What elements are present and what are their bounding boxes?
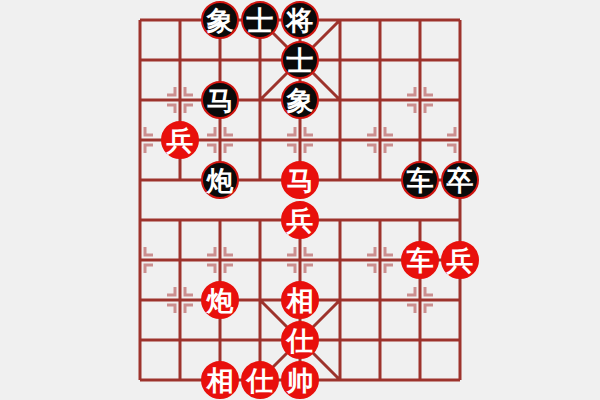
board-point[interactable]: 象 [280,80,320,120]
board-point[interactable]: 象 [200,0,240,40]
board-point[interactable] [280,120,320,160]
board-point[interactable] [120,200,160,240]
board-point[interactable]: 将 [280,0,320,40]
board-point[interactable] [200,200,240,240]
board-point[interactable] [440,280,480,320]
board-point[interactable] [240,160,280,200]
board-point[interactable]: 相 [280,280,320,320]
board-point[interactable]: 兵 [440,240,480,280]
board-point[interactable] [320,320,360,360]
red-elephant[interactable]: 相 [281,281,319,319]
black-soldier[interactable]: 卒 [441,161,479,199]
board-point[interactable]: 马 [200,80,240,120]
board-point[interactable] [440,120,480,160]
board-point[interactable] [320,40,360,80]
board-point[interactable] [320,160,360,200]
board-point[interactable]: 士 [240,0,280,40]
black-advisor[interactable]: 士 [281,41,319,79]
board-point[interactable] [360,160,400,200]
board-point[interactable] [320,200,360,240]
board-point[interactable] [360,120,400,160]
board-point[interactable] [440,200,480,240]
board-point[interactable] [400,280,440,320]
red-soldier[interactable]: 兵 [441,241,479,279]
board-point[interactable] [200,120,240,160]
board-point[interactable] [120,120,160,160]
board-point[interactable]: 仕 [280,320,320,360]
board-point[interactable]: 相 [200,360,240,400]
board-point[interactable] [240,120,280,160]
board-point[interactable] [280,240,320,280]
board-point[interactable] [360,40,400,80]
board-point[interactable]: 仕 [240,360,280,400]
board-point[interactable] [120,280,160,320]
board-point[interactable] [400,40,440,80]
board-point[interactable] [200,240,240,280]
board-point[interactable] [440,80,480,120]
board-point[interactable] [320,80,360,120]
board-point[interactable] [240,80,280,120]
board-point[interactable] [200,40,240,80]
board-point[interactable] [400,200,440,240]
board-point[interactable] [160,320,200,360]
black-elephant[interactable]: 象 [201,1,239,39]
board-point[interactable]: 士 [280,40,320,80]
board-point[interactable] [360,200,400,240]
board-point[interactable] [120,40,160,80]
board-point[interactable] [240,280,280,320]
black-cannon[interactable]: 炮 [201,161,239,199]
board-point[interactable] [160,200,200,240]
red-advisor[interactable]: 仕 [241,361,279,399]
board-point[interactable]: 炮 [200,280,240,320]
black-chariot[interactable]: 车 [401,161,439,199]
board-point[interactable] [240,240,280,280]
board-point[interactable] [360,280,400,320]
board-point[interactable] [400,360,440,400]
board-point[interactable] [160,360,200,400]
board-point[interactable]: 兵 [280,200,320,240]
board-point[interactable]: 兵 [160,120,200,160]
board-point[interactable] [240,200,280,240]
board-point[interactable] [240,40,280,80]
black-elephant[interactable]: 象 [281,81,319,119]
red-chariot[interactable]: 车 [401,241,439,279]
board-point[interactable]: 马 [280,160,320,200]
board-point[interactable] [160,280,200,320]
red-horse[interactable]: 马 [281,161,319,199]
board-point[interactable] [400,0,440,40]
xiangqi-board: 象士将士马象兵炮马车卒兵车兵炮相仕相仕帅 [0,0,600,400]
black-advisor[interactable]: 士 [241,1,279,39]
board-point[interactable] [400,320,440,360]
board-point[interactable]: 车 [400,240,440,280]
board-point[interactable] [360,0,400,40]
board-point[interactable] [440,40,480,80]
board-point[interactable] [440,320,480,360]
board-point[interactable] [120,320,160,360]
board-point[interactable] [320,120,360,160]
red-general[interactable]: 帅 [281,361,319,399]
board-point[interactable] [160,0,200,40]
board-point[interactable] [440,360,480,400]
black-horse[interactable]: 马 [201,81,239,119]
board-point[interactable]: 炮 [200,160,240,200]
board-point[interactable] [400,80,440,120]
board-point[interactable]: 卒 [440,160,480,200]
board-point[interactable] [160,160,200,200]
board-point[interactable] [200,320,240,360]
board-point[interactable] [120,80,160,120]
board-point[interactable] [360,320,400,360]
board-point[interactable] [160,40,200,80]
board-point[interactable] [120,360,160,400]
red-advisor[interactable]: 仕 [281,321,319,359]
red-soldier[interactable]: 兵 [281,201,319,239]
board-point[interactable] [360,360,400,400]
board-point[interactable]: 车 [400,160,440,200]
board-grid: 象士将士马象兵炮马车卒兵车兵炮相仕相仕帅 [120,0,480,400]
board-point[interactable] [320,280,360,320]
board-point[interactable] [320,360,360,400]
red-soldier[interactable]: 兵 [161,121,199,159]
black-general[interactable]: 将 [281,1,319,39]
board-point[interactable] [120,160,160,200]
board-point[interactable] [360,80,400,120]
red-cannon[interactable]: 炮 [201,281,239,319]
board-point[interactable] [120,240,160,280]
board-point[interactable]: 帅 [280,360,320,400]
board-point[interactable] [240,320,280,360]
red-elephant[interactable]: 相 [201,361,239,399]
board-point[interactable] [360,240,400,280]
board-point[interactable] [160,240,200,280]
board-point[interactable] [320,240,360,280]
board-point[interactable] [160,80,200,120]
board-point[interactable] [120,0,160,40]
board-point[interactable] [440,0,480,40]
board-point[interactable] [320,0,360,40]
board-point[interactable] [400,120,440,160]
